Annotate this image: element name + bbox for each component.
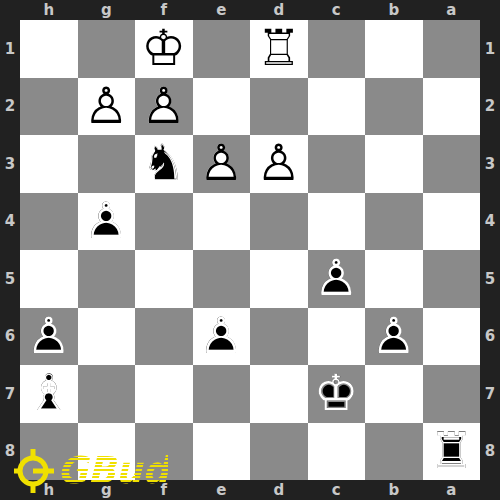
white-king-glyph-fill: ♚ xyxy=(135,20,193,78)
square-c5[interactable]: ♟♙ xyxy=(308,250,366,308)
black-rook-glyph-fill: ♜ xyxy=(423,423,481,481)
rank-label-7: 7 xyxy=(0,365,20,423)
square-e7[interactable] xyxy=(193,365,251,423)
square-g3[interactable] xyxy=(78,135,136,193)
piece-black-rook[interactable]: ♜♖ xyxy=(423,423,481,481)
piece-white-pawn[interactable]: ♟♙ xyxy=(250,135,308,193)
gbud-logo-text: GBud xyxy=(57,451,168,491)
white-pawn-glyph-outline: ♙ xyxy=(78,78,136,136)
rank-label-3: 3 xyxy=(0,135,20,193)
black-bishop-glyph-fill: ♝ xyxy=(20,365,78,423)
white-pawn-glyph-fill: ♟ xyxy=(193,135,251,193)
file-label-e: e xyxy=(193,0,251,20)
black-pawn-glyph-fill: ♟ xyxy=(193,308,251,366)
square-d2[interactable] xyxy=(250,78,308,136)
square-c2[interactable] xyxy=(308,78,366,136)
white-king-glyph-outline: ♔ xyxy=(135,20,193,78)
black-pawn-glyph-outline: ♙ xyxy=(20,308,78,366)
black-pawn-glyph-fill: ♟ xyxy=(308,250,366,308)
chess-board: ♚♔♜♖♟♙♟♙♞♘♟♙♟♙♟♙♟♙♟♙♟♙♟♙♝♗♚♔♜♖ xyxy=(20,20,480,480)
file-label-a: a xyxy=(423,480,481,500)
square-d5[interactable] xyxy=(250,250,308,308)
rank-label-7: 7 xyxy=(480,365,500,423)
rank-labels-right: 12345678 xyxy=(480,20,500,480)
black-pawn-glyph-outline: ♙ xyxy=(193,308,251,366)
square-a1[interactable] xyxy=(423,20,481,78)
square-d8[interactable] xyxy=(250,423,308,481)
square-e3[interactable]: ♟♙ xyxy=(193,135,251,193)
file-label-c: c xyxy=(308,480,366,500)
piece-white-king[interactable]: ♚♔ xyxy=(135,20,193,78)
piece-black-knight[interactable]: ♞♘ xyxy=(135,135,193,193)
rank-label-3: 3 xyxy=(480,135,500,193)
square-h1[interactable] xyxy=(20,20,78,78)
square-b1[interactable] xyxy=(365,20,423,78)
rank-label-5: 5 xyxy=(0,250,20,308)
white-pawn-glyph-outline: ♙ xyxy=(135,78,193,136)
square-f4[interactable] xyxy=(135,193,193,251)
black-knight-glyph-fill: ♞ xyxy=(135,135,193,193)
crosshair-g-icon xyxy=(13,447,55,493)
square-e6[interactable]: ♟♙ xyxy=(193,308,251,366)
rank-label-2: 2 xyxy=(0,78,20,136)
square-d6[interactable] xyxy=(250,308,308,366)
square-f7[interactable] xyxy=(135,365,193,423)
square-b4[interactable] xyxy=(365,193,423,251)
square-f3[interactable]: ♞♘ xyxy=(135,135,193,193)
file-label-a: a xyxy=(423,0,481,20)
black-knight-glyph-outline: ♘ xyxy=(135,135,193,193)
black-bishop-glyph-outline: ♗ xyxy=(20,365,78,423)
file-label-c: c xyxy=(308,0,366,20)
file-label-b: b xyxy=(365,480,423,500)
piece-black-king[interactable]: ♚♔ xyxy=(308,365,366,423)
square-e4[interactable] xyxy=(193,193,251,251)
file-label-e: e xyxy=(193,480,251,500)
square-f2[interactable]: ♟♙ xyxy=(135,78,193,136)
black-pawn-glyph-fill: ♟ xyxy=(78,193,136,251)
piece-black-pawn[interactable]: ♟♙ xyxy=(78,193,136,251)
square-h3[interactable] xyxy=(20,135,78,193)
white-pawn-glyph-outline: ♙ xyxy=(193,135,251,193)
square-a3[interactable] xyxy=(423,135,481,193)
rank-label-1: 1 xyxy=(0,20,20,78)
square-c4[interactable] xyxy=(308,193,366,251)
square-h7[interactable]: ♝♗ xyxy=(20,365,78,423)
rank-label-5: 5 xyxy=(480,250,500,308)
piece-white-pawn[interactable]: ♟♙ xyxy=(193,135,251,193)
piece-black-bishop[interactable]: ♝♗ xyxy=(20,365,78,423)
rank-label-4: 4 xyxy=(0,193,20,251)
square-g5[interactable] xyxy=(78,250,136,308)
piece-white-pawn[interactable]: ♟♙ xyxy=(78,78,136,136)
square-a2[interactable] xyxy=(423,78,481,136)
square-d7[interactable] xyxy=(250,365,308,423)
file-labels-top: hgfedcba xyxy=(20,0,480,20)
square-g7[interactable] xyxy=(78,365,136,423)
black-pawn-glyph-fill: ♟ xyxy=(20,308,78,366)
square-a8[interactable]: ♜♖ xyxy=(423,423,481,481)
square-e2[interactable] xyxy=(193,78,251,136)
piece-white-rook[interactable]: ♜♖ xyxy=(250,20,308,78)
rank-labels-left: 12345678 xyxy=(0,20,20,480)
rank-label-1: 1 xyxy=(480,20,500,78)
square-c1[interactable] xyxy=(308,20,366,78)
square-e5[interactable] xyxy=(193,250,251,308)
square-h5[interactable] xyxy=(20,250,78,308)
square-b5[interactable] xyxy=(365,250,423,308)
square-a4[interactable] xyxy=(423,193,481,251)
square-c3[interactable] xyxy=(308,135,366,193)
white-pawn-glyph-fill: ♟ xyxy=(78,78,136,136)
file-label-b: b xyxy=(365,0,423,20)
square-c8[interactable] xyxy=(308,423,366,481)
black-pawn-glyph-outline: ♙ xyxy=(78,193,136,251)
black-king-glyph-outline: ♔ xyxy=(308,365,366,423)
black-rook-glyph-outline: ♖ xyxy=(423,423,481,481)
white-rook-glyph-fill: ♜ xyxy=(250,20,308,78)
white-pawn-glyph-fill: ♟ xyxy=(250,135,308,193)
black-pawn-glyph-outline: ♙ xyxy=(365,308,423,366)
square-f1[interactable]: ♚♔ xyxy=(135,20,193,78)
square-h6[interactable]: ♟♙ xyxy=(20,308,78,366)
chess-board-frame: hgfedcba 12345678 12345678 hgfedcba ♚♔♜♖… xyxy=(0,0,500,500)
file-label-g: g xyxy=(78,0,136,20)
rank-label-6: 6 xyxy=(480,308,500,366)
white-rook-glyph-outline: ♖ xyxy=(250,20,308,78)
rank-label-8: 8 xyxy=(480,423,500,481)
square-g6[interactable] xyxy=(78,308,136,366)
square-c6[interactable] xyxy=(308,308,366,366)
white-pawn-glyph-fill: ♟ xyxy=(135,78,193,136)
square-a7[interactable] xyxy=(423,365,481,423)
rank-label-6: 6 xyxy=(0,308,20,366)
rank-label-4: 4 xyxy=(480,193,500,251)
square-g4[interactable]: ♟♙ xyxy=(78,193,136,251)
square-d4[interactable] xyxy=(250,193,308,251)
square-e8[interactable] xyxy=(193,423,251,481)
square-g1[interactable] xyxy=(78,20,136,78)
rank-label-2: 2 xyxy=(480,78,500,136)
black-pawn-glyph-outline: ♙ xyxy=(308,250,366,308)
piece-white-pawn[interactable]: ♟♙ xyxy=(135,78,193,136)
file-label-d: d xyxy=(250,480,308,500)
square-b8[interactable] xyxy=(365,423,423,481)
square-b3[interactable] xyxy=(365,135,423,193)
piece-black-pawn[interactable]: ♟♙ xyxy=(20,308,78,366)
square-d3[interactable]: ♟♙ xyxy=(250,135,308,193)
square-d1[interactable]: ♜♖ xyxy=(250,20,308,78)
square-f6[interactable] xyxy=(135,308,193,366)
square-c7[interactable]: ♚♔ xyxy=(308,365,366,423)
piece-black-pawn[interactable]: ♟♙ xyxy=(365,308,423,366)
square-a5[interactable] xyxy=(423,250,481,308)
black-pawn-glyph-fill: ♟ xyxy=(365,308,423,366)
square-g2[interactable]: ♟♙ xyxy=(78,78,136,136)
file-label-h: h xyxy=(20,0,78,20)
square-h2[interactable] xyxy=(20,78,78,136)
white-pawn-glyph-outline: ♙ xyxy=(250,135,308,193)
square-e1[interactable] xyxy=(193,20,251,78)
piece-black-pawn[interactable]: ♟♙ xyxy=(193,308,251,366)
piece-black-pawn[interactable]: ♟♙ xyxy=(308,250,366,308)
square-h4[interactable] xyxy=(20,193,78,251)
square-f5[interactable] xyxy=(135,250,193,308)
square-b2[interactable] xyxy=(365,78,423,136)
file-label-f: f xyxy=(135,0,193,20)
black-king-glyph-fill: ♚ xyxy=(308,365,366,423)
file-label-d: d xyxy=(250,0,308,20)
square-b6[interactable]: ♟♙ xyxy=(365,308,423,366)
square-a6[interactable] xyxy=(423,308,481,366)
gbud-logo: GBud xyxy=(13,447,168,493)
square-b7[interactable] xyxy=(365,365,423,423)
